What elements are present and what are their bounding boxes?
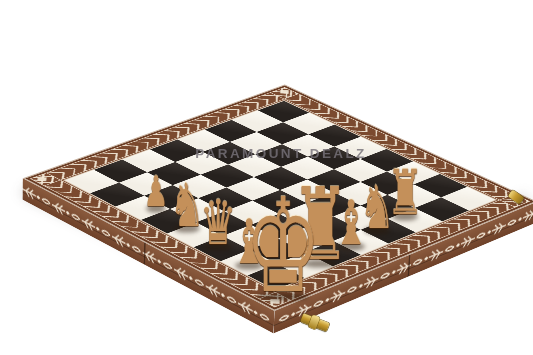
chess-piece-king-a1[interactable]: ♚ [245,196,322,297]
chess-piece-pawn-a5[interactable]: ♟ [144,176,169,209]
product-photo: ♟♞♛♝♚♜♝♞♜ PARAMOUNT DEALZ [0,0,533,355]
pieces-layer: ♟♞♛♝♚♜♝♞♜ [0,0,533,355]
watermark: PARAMOUNT DEALZ [195,146,367,162]
